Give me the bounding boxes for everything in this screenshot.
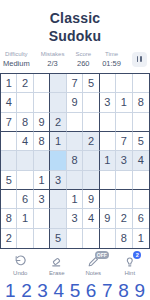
cell-r1c7[interactable] [100, 74, 116, 93]
cell-r1c8[interactable] [116, 74, 132, 93]
numpad-6[interactable]: 6 [86, 280, 97, 300]
hint-count-badge: 2 [133, 251, 141, 259]
stat-time: Time 01:59 [102, 51, 121, 68]
toolbar: Undo Erase OFF Notes [0, 249, 150, 276]
cell-r6c8[interactable] [116, 171, 132, 190]
cell-r7c8[interactable] [116, 190, 132, 209]
erase-button[interactable]: Erase [39, 255, 76, 276]
cell-r4c4[interactable]: 1 [50, 132, 66, 151]
cell-r4c1[interactable] [1, 132, 17, 151]
score-value: 260 [77, 59, 90, 68]
cell-r8c7[interactable]: 9 [100, 209, 116, 228]
lightbulb-icon: 2 [123, 255, 136, 268]
cell-r2c7[interactable]: 3 [100, 93, 116, 112]
undo-button[interactable]: Undo [2, 255, 39, 276]
time-value: 01:59 [102, 59, 121, 68]
cell-r3c8[interactable] [116, 113, 132, 132]
sudoku-app: Classic Sudoku Difficulty Medium Mistake… [0, 0, 150, 300]
difficulty-value: Medium [3, 59, 30, 68]
title-line-2: Sudoku [0, 27, 150, 45]
stat-mistakes: Mistakes 2/3 [41, 51, 65, 68]
title-line-1: Classic [0, 9, 150, 27]
cell-r8c2[interactable]: 1 [17, 209, 33, 228]
cell-r8c3[interactable] [34, 209, 50, 228]
cell-r4c9[interactable]: 5 [133, 132, 149, 151]
cell-r2c3[interactable] [34, 93, 50, 112]
cell-r5c9[interactable]: 4 [133, 151, 149, 170]
cell-r6c1[interactable]: 5 [1, 171, 17, 190]
pause-icon [140, 56, 142, 62]
cell-r3c3[interactable]: 9 [34, 113, 50, 132]
cell-r7c3[interactable]: 3 [34, 190, 50, 209]
cell-r1c4[interactable] [50, 74, 66, 93]
cell-r9c3[interactable] [34, 229, 50, 248]
number-pad: 123456789 [0, 276, 150, 300]
undo-icon [14, 255, 27, 268]
cell-r7c2[interactable]: 6 [17, 190, 33, 209]
score-label: Score [75, 51, 91, 57]
cell-r5c7[interactable]: 1 [100, 151, 116, 170]
cell-r6c6[interactable] [83, 171, 99, 190]
cell-r6c5[interactable] [67, 171, 83, 190]
erase-label: Erase [49, 270, 65, 276]
eraser-icon [50, 255, 63, 268]
numpad-2[interactable]: 2 [21, 280, 32, 300]
cell-r9c2[interactable] [17, 229, 33, 248]
cell-r1c1[interactable]: 1 [1, 74, 17, 93]
cell-r8c6[interactable]: 4 [83, 209, 99, 228]
cell-r4c8[interactable]: 7 [116, 132, 132, 151]
difficulty-label: Difficulty [5, 51, 28, 57]
cell-r4c3[interactable]: 8 [34, 132, 50, 151]
cell-r5c8[interactable]: 3 [116, 151, 132, 170]
hint-label: Hint [124, 270, 135, 276]
cell-r2c1[interactable]: 4 [1, 93, 17, 112]
cell-r1c9[interactable] [133, 74, 149, 93]
cell-r1c3[interactable] [34, 74, 50, 93]
cell-r5c3[interactable] [34, 151, 50, 170]
cell-r5c6[interactable] [83, 151, 99, 170]
hint-button[interactable]: 2 Hint [112, 255, 149, 276]
numpad-7[interactable]: 7 [102, 280, 113, 300]
cell-r5c5[interactable]: 8 [67, 151, 83, 170]
cell-r8c4[interactable] [50, 209, 66, 228]
numpad-4[interactable]: 4 [54, 280, 65, 300]
time-label: Time [105, 51, 118, 57]
pause-icon [137, 56, 139, 62]
cell-r9c1[interactable]: 2 [1, 229, 17, 248]
cell-r5c1[interactable] [1, 151, 17, 170]
stats-bar: Difficulty Medium Mistakes 2/3 Score 260… [0, 45, 150, 73]
cell-r2c9[interactable]: 8 [133, 93, 149, 112]
cell-r8c8[interactable]: 2 [116, 209, 132, 228]
cell-r2c6[interactable] [83, 93, 99, 112]
cell-r6c2[interactable] [17, 171, 33, 190]
cell-r5c2[interactable] [17, 151, 33, 170]
cell-r6c4[interactable]: 3 [50, 171, 66, 190]
undo-label: Undo [13, 270, 27, 276]
cell-r7c5[interactable]: 1 [67, 190, 83, 209]
numpad-3[interactable]: 3 [37, 280, 48, 300]
stat-difficulty: Difficulty Medium [3, 51, 30, 68]
cell-r6c9[interactable] [133, 171, 149, 190]
numpad-9[interactable]: 9 [134, 280, 145, 300]
cell-r3c4[interactable]: 2 [50, 113, 66, 132]
cell-r9c4[interactable]: 5 [50, 229, 66, 248]
notes-off-badge: OFF [95, 251, 109, 259]
sudoku-board: 1275493187892481275813451363198134926258… [0, 73, 150, 249]
cell-r3c1[interactable]: 7 [1, 113, 17, 132]
mistakes-label: Mistakes [41, 51, 65, 57]
pause-button[interactable] [132, 52, 147, 67]
cell-r3c9[interactable] [133, 113, 149, 132]
cell-r3c7[interactable] [100, 113, 116, 132]
cell-r2c2[interactable] [17, 93, 33, 112]
cell-r3c6[interactable] [83, 113, 99, 132]
cell-r4c6[interactable]: 2 [83, 132, 99, 151]
cell-r7c9[interactable] [133, 190, 149, 209]
notes-label: Notes [85, 270, 101, 276]
mistakes-value: 2/3 [47, 59, 57, 68]
cell-r9c9[interactable]: 1 [133, 229, 149, 248]
cell-r9c7[interactable] [100, 229, 116, 248]
cell-r4c5[interactable] [67, 132, 83, 151]
cell-r8c5[interactable]: 3 [67, 209, 83, 228]
cell-r7c4[interactable] [50, 190, 66, 209]
cell-r1c6[interactable]: 5 [83, 74, 99, 93]
numpad-8[interactable]: 8 [118, 280, 129, 300]
cell-r3c5[interactable] [67, 113, 83, 132]
numpad-5[interactable]: 5 [70, 280, 81, 300]
cell-r9c8[interactable]: 8 [116, 229, 132, 248]
cell-r7c6[interactable]: 9 [83, 190, 99, 209]
page-title: Classic Sudoku [0, 0, 150, 45]
cell-r9c6[interactable] [83, 229, 99, 248]
cell-r9c5[interactable] [67, 229, 83, 248]
cell-r7c1[interactable] [1, 190, 17, 209]
cell-r3c2[interactable]: 8 [17, 113, 33, 132]
cell-r8c1[interactable]: 8 [1, 209, 17, 228]
stat-score: Score 260 [75, 51, 91, 68]
cell-r5c4[interactable] [50, 151, 66, 170]
cell-r2c4[interactable] [50, 93, 66, 112]
cell-r2c8[interactable]: 1 [116, 93, 132, 112]
cell-r4c7[interactable] [100, 132, 116, 151]
cell-r4c2[interactable]: 4 [17, 132, 33, 151]
cell-r1c5[interactable]: 7 [67, 74, 83, 93]
numpad-1[interactable]: 1 [5, 280, 16, 300]
cell-r6c3[interactable]: 1 [34, 171, 50, 190]
notes-button[interactable]: OFF Notes [75, 255, 112, 276]
cell-r7c7[interactable] [100, 190, 116, 209]
cell-r6c7[interactable] [100, 171, 116, 190]
cell-r1c2[interactable]: 2 [17, 74, 33, 93]
pencil-icon: OFF [87, 255, 100, 268]
cell-r8c9[interactable]: 6 [133, 209, 149, 228]
cell-r2c5[interactable]: 9 [67, 93, 83, 112]
